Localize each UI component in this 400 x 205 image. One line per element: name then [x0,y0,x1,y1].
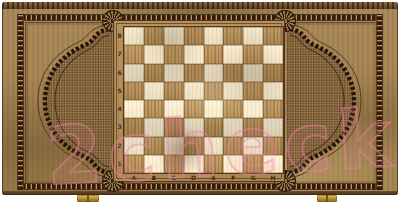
square-b6[interactable] [144,64,164,82]
square-h4[interactable] [263,100,283,118]
square-h8[interactable] [263,27,283,45]
square-g3[interactable] [243,118,263,136]
square-a1[interactable] [124,155,144,173]
square-a7[interactable] [124,45,144,63]
square-c8[interactable] [164,27,184,45]
left-arch-panel [27,22,112,180]
square-e5[interactable] [204,82,224,100]
right-arch-panel [287,22,372,180]
wooden-board: 87654321 ABCDEFGH [2,2,398,195]
square-g1[interactable] [243,155,263,173]
chess-grid [124,27,283,173]
square-c3[interactable] [164,118,184,136]
square-d4[interactable] [184,100,204,118]
square-a3[interactable] [124,118,144,136]
square-e4[interactable] [204,100,224,118]
square-b3[interactable] [144,118,164,136]
square-c6[interactable] [164,64,184,82]
square-d8[interactable] [184,27,204,45]
square-h1[interactable] [263,155,283,173]
square-h7[interactable] [263,45,283,63]
rank-label-7: 7 [115,45,124,63]
square-e6[interactable] [204,64,224,82]
rope-border-bottom [17,183,383,190]
square-b4[interactable] [144,100,164,118]
rank-label-3: 3 [115,118,124,136]
square-d2[interactable] [184,137,204,155]
file-label-e: E [204,174,224,182]
file-label-h: H [263,174,283,182]
square-d7[interactable] [184,45,204,63]
square-e1[interactable] [204,155,224,173]
square-f2[interactable] [223,137,243,155]
file-label-f: F [223,174,243,182]
square-g4[interactable] [243,100,263,118]
square-a4[interactable] [124,100,144,118]
square-c5[interactable] [164,82,184,100]
file-label-d: D [184,174,204,182]
rope-border-left [17,14,24,190]
file-label-c: C [164,174,184,182]
square-e8[interactable] [204,27,224,45]
square-c1[interactable] [164,155,184,173]
file-labels: ABCDEFGH [124,174,283,182]
square-g7[interactable] [243,45,263,63]
square-a8[interactable] [124,27,144,45]
chess-panel: 87654321 ABCDEFGH [113,20,285,182]
square-b8[interactable] [144,27,164,45]
square-a2[interactable] [124,137,144,155]
square-f8[interactable] [223,27,243,45]
square-e2[interactable] [204,137,224,155]
square-b1[interactable] [144,155,164,173]
square-d1[interactable] [184,155,204,173]
square-a6[interactable] [124,64,144,82]
square-e7[interactable] [204,45,224,63]
square-b5[interactable] [144,82,164,100]
square-g8[interactable] [243,27,263,45]
square-h2[interactable] [263,137,283,155]
rank-label-6: 6 [115,64,124,82]
board-bottom-edge [2,191,398,195]
left-arch-carving [27,22,112,180]
square-c4[interactable] [164,100,184,118]
square-a5[interactable] [124,82,144,100]
hinge-right-icon [317,195,337,202]
file-label-g: G [243,174,263,182]
rank-label-4: 4 [115,100,124,118]
rank-label-8: 8 [115,27,124,45]
file-label-a: A [124,174,144,182]
square-f6[interactable] [223,64,243,82]
rope-border-right [376,14,383,190]
hinge-left-icon [77,195,99,202]
square-c2[interactable] [164,137,184,155]
square-d5[interactable] [184,82,204,100]
square-b7[interactable] [144,45,164,63]
square-c7[interactable] [164,45,184,63]
square-f1[interactable] [223,155,243,173]
square-g2[interactable] [243,137,263,155]
square-f3[interactable] [223,118,243,136]
square-h3[interactable] [263,118,283,136]
square-b2[interactable] [144,137,164,155]
rank-label-1: 1 [115,155,124,173]
square-g5[interactable] [243,82,263,100]
right-arch-carving [287,22,372,180]
square-f7[interactable] [223,45,243,63]
square-g6[interactable] [243,64,263,82]
square-e3[interactable] [204,118,224,136]
square-f5[interactable] [223,82,243,100]
rank-label-5: 5 [115,82,124,100]
rank-label-2: 2 [115,137,124,155]
square-h5[interactable] [263,82,283,100]
rank-labels: 87654321 [115,27,124,173]
square-f4[interactable] [223,100,243,118]
square-d6[interactable] [184,64,204,82]
square-d3[interactable] [184,118,204,136]
square-h6[interactable] [263,64,283,82]
board-top-edge [2,2,398,9]
file-label-b: B [144,174,164,182]
product-photo: 87654321 ABCDEFGH 2checkby [0,0,400,205]
